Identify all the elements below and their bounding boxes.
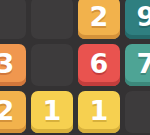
empty-cell [31,0,73,39]
tile-7[interactable]: 7 [125,44,150,86]
tile-2[interactable]: 2 [0,91,26,133]
tile-1[interactable]: 1 [78,91,120,133]
board-grid: 29367211 [0,0,150,133]
tile-2[interactable]: 2 [78,0,120,39]
tile-3[interactable]: 3 [0,44,26,86]
tile-6[interactable]: 6 [78,44,120,86]
empty-cell [31,44,73,86]
empty-cell [125,91,150,133]
tile-9[interactable]: 9 [125,0,150,39]
empty-cell [0,0,26,39]
tile-1[interactable]: 1 [31,91,73,133]
game-board-viewport: 29367211 [0,0,150,135]
